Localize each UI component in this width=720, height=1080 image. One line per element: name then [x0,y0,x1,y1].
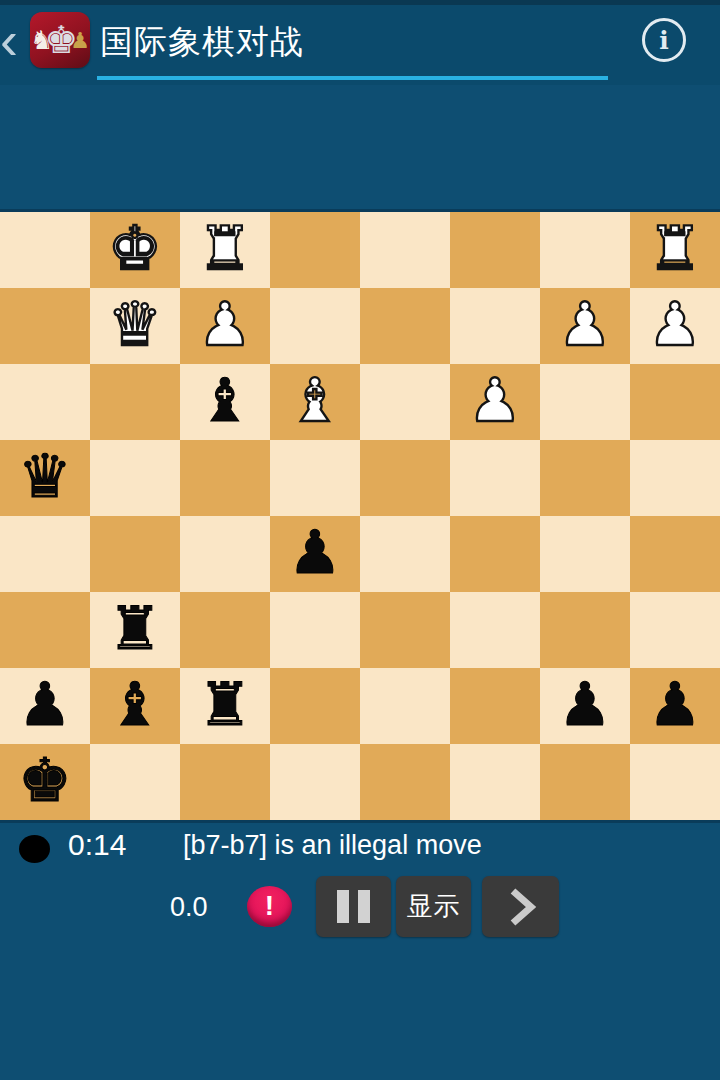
square-e7[interactable] [360,288,450,364]
square-b4[interactable] [90,516,180,592]
square-e1[interactable] [360,744,450,820]
square-e8[interactable] [360,212,450,288]
square-h7[interactable]: ♟ [630,288,720,364]
square-g4[interactable] [540,516,630,592]
black-pawn[interactable]: ♟ [558,666,612,742]
square-c2[interactable]: ♜ [180,668,270,744]
chevron-right-icon [501,885,541,929]
square-f1[interactable] [450,744,540,820]
square-d6[interactable]: ♝ [270,364,360,440]
square-h3[interactable] [630,592,720,668]
black-rook[interactable]: ♜ [108,590,162,666]
show-button[interactable]: 显示 [396,876,471,937]
square-c7[interactable]: ♟ [180,288,270,364]
square-g6[interactable] [540,364,630,440]
square-a7[interactable] [0,288,90,364]
square-e5[interactable] [360,440,450,516]
white-rook[interactable]: ♜ [198,210,252,286]
square-h4[interactable] [630,516,720,592]
white-pawn[interactable]: ♟ [198,286,252,362]
square-d7[interactable] [270,288,360,364]
square-g5[interactable] [540,440,630,516]
app-icon[interactable]: ♞ ♚ ♟ [30,12,90,68]
pause-button[interactable] [316,876,391,937]
square-d4[interactable]: ♟ [270,516,360,592]
square-e6[interactable] [360,364,450,440]
square-b3[interactable]: ♜ [90,592,180,668]
square-c3[interactable] [180,592,270,668]
white-queen[interactable]: ♛ [108,286,162,362]
square-a2[interactable]: ♟ [0,668,90,744]
black-queen[interactable]: ♛ [18,438,72,514]
exclamation-icon: ! [265,892,274,920]
square-g7[interactable]: ♟ [540,288,630,364]
show-button-label: 显示 [407,889,461,924]
alert-badge[interactable]: ! [247,886,292,927]
square-f5[interactable] [450,440,540,516]
status-message: [b7-b7] is an illegal move [183,830,482,861]
square-f2[interactable] [450,668,540,744]
white-pawn[interactable]: ♟ [468,362,522,438]
square-b2[interactable]: ♝ [90,668,180,744]
eval-score: 0.0 [170,892,208,923]
controls-row: 0.0 ! 显示 [0,876,720,938]
square-b5[interactable] [90,440,180,516]
square-d5[interactable] [270,440,360,516]
square-h1[interactable] [630,744,720,820]
white-bishop[interactable]: ♝ [288,362,342,438]
chess-board[interactable]: ♚♜♜♛♟♟♟♝♝♟♛♟♜♟♝♜♟♟♚ [0,209,720,823]
black-pawn[interactable]: ♟ [648,666,702,742]
square-a3[interactable] [0,592,90,668]
square-e4[interactable] [360,516,450,592]
square-h2[interactable]: ♟ [630,668,720,744]
square-f6[interactable]: ♟ [450,364,540,440]
square-g1[interactable] [540,744,630,820]
square-f8[interactable] [450,212,540,288]
info-button[interactable]: i [642,18,686,62]
square-c1[interactable] [180,744,270,820]
back-button[interactable]: ‹ [0,8,22,72]
black-pawn[interactable]: ♟ [288,514,342,590]
square-f4[interactable] [450,516,540,592]
black-king[interactable]: ♚ [18,742,72,818]
square-h8[interactable]: ♜ [630,212,720,288]
square-b1[interactable] [90,744,180,820]
square-a8[interactable] [0,212,90,288]
square-b7[interactable]: ♛ [90,288,180,364]
square-d3[interactable] [270,592,360,668]
square-b8[interactable]: ♚ [90,212,180,288]
square-h6[interactable] [630,364,720,440]
black-bishop[interactable]: ♝ [198,362,252,438]
square-d8[interactable] [270,212,360,288]
square-f7[interactable] [450,288,540,364]
square-g8[interactable] [540,212,630,288]
next-move-button[interactable] [482,876,559,937]
square-g3[interactable] [540,592,630,668]
square-a4[interactable] [0,516,90,592]
black-rook[interactable]: ♜ [198,666,252,742]
white-king[interactable]: ♚ [108,210,162,286]
top-shade-strip [0,0,720,5]
black-turn-indicator-dot [19,835,50,863]
status-bar: 0:14 [b7-b7] is an illegal move [0,820,720,878]
square-d1[interactable] [270,744,360,820]
white-rook[interactable]: ♜ [648,210,702,286]
black-bishop[interactable]: ♝ [108,666,162,742]
square-e2[interactable] [360,668,450,744]
pause-icon [337,890,370,923]
pawn-glyph-icon: ♟ [70,28,90,53]
square-c4[interactable] [180,516,270,592]
page-title: 国际象棋对战 [100,20,304,64]
square-f3[interactable] [450,592,540,668]
square-g2[interactable]: ♟ [540,668,630,744]
square-a5[interactable]: ♛ [0,440,90,516]
clock: 0:14 [68,828,126,862]
square-b6[interactable] [90,364,180,440]
title-underline [97,76,608,80]
square-d2[interactable] [270,668,360,744]
square-h5[interactable] [630,440,720,516]
square-a1[interactable]: ♚ [0,744,90,820]
square-e3[interactable] [360,592,450,668]
square-c6[interactable]: ♝ [180,364,270,440]
app-bar: ‹ ♞ ♚ ♟ 国际象棋对战 i [0,0,720,85]
square-c8[interactable]: ♜ [180,212,270,288]
square-c5[interactable] [180,440,270,516]
white-pawn[interactable]: ♟ [648,286,702,362]
square-a6[interactable] [0,364,90,440]
info-icon: i [659,28,669,53]
white-pawn[interactable]: ♟ [558,286,612,362]
chess-app-screen: ‹ ♞ ♚ ♟ 国际象棋对战 i ♚♜♜♛♟♟♟♝♝♟♛♟♜♟♝♜♟♟♚ 0:1… [0,0,720,1080]
black-pawn[interactable]: ♟ [18,666,72,742]
